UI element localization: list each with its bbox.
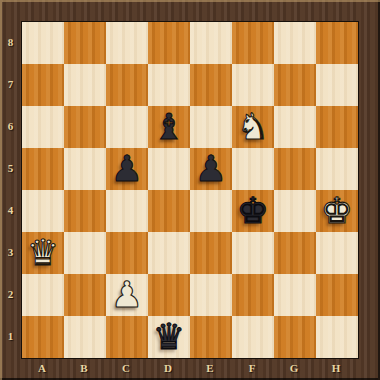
square-d8[interactable]: [148, 22, 190, 64]
square-c1[interactable]: [106, 316, 148, 358]
square-d5[interactable]: [148, 148, 190, 190]
square-g2[interactable]: [274, 274, 316, 316]
square-b7[interactable]: [64, 64, 106, 106]
square-e3[interactable]: [190, 232, 232, 274]
black-queen[interactable]: ♛: [153, 316, 185, 358]
file-label-e: E: [189, 357, 231, 380]
square-h3[interactable]: [316, 232, 358, 274]
white-king[interactable]: ♚: [321, 190, 353, 232]
square-c8[interactable]: [106, 22, 148, 64]
white-pawn[interactable]: ♟: [111, 274, 143, 316]
square-d2[interactable]: [148, 274, 190, 316]
square-f8[interactable]: [232, 22, 274, 64]
square-h4[interactable]: ♚: [316, 190, 358, 232]
square-a4[interactable]: [22, 190, 64, 232]
square-b6[interactable]: [64, 106, 106, 148]
square-f7[interactable]: [232, 64, 274, 106]
black-pawn[interactable]: ♟: [111, 148, 143, 190]
square-f1[interactable]: [232, 316, 274, 358]
square-e7[interactable]: [190, 64, 232, 106]
rank-label-5: 5: [0, 147, 21, 189]
square-c4[interactable]: [106, 190, 148, 232]
square-h2[interactable]: [316, 274, 358, 316]
square-e2[interactable]: [190, 274, 232, 316]
square-g3[interactable]: [274, 232, 316, 274]
rank-labels: 87654321: [0, 21, 21, 357]
file-label-g: G: [273, 357, 315, 380]
square-a6[interactable]: [22, 106, 64, 148]
square-d6[interactable]: ♝: [148, 106, 190, 148]
square-c2[interactable]: ♟: [106, 274, 148, 316]
white-queen[interactable]: ♛: [27, 232, 59, 274]
square-f6[interactable]: ♞: [232, 106, 274, 148]
square-c7[interactable]: [106, 64, 148, 106]
file-label-c: C: [105, 357, 147, 380]
square-a8[interactable]: [22, 22, 64, 64]
square-a1[interactable]: [22, 316, 64, 358]
file-label-b: B: [63, 357, 105, 380]
square-g5[interactable]: [274, 148, 316, 190]
rank-label-4: 4: [0, 189, 21, 231]
square-b4[interactable]: [64, 190, 106, 232]
square-c6[interactable]: [106, 106, 148, 148]
square-g6[interactable]: [274, 106, 316, 148]
file-label-a: A: [21, 357, 63, 380]
file-labels: ABCDEFGH: [21, 357, 357, 380]
square-d4[interactable]: [148, 190, 190, 232]
square-a7[interactable]: [22, 64, 64, 106]
board-frame: 87654321 ♝♞♟♟♚♚♛♟♛ ABCDEFGH: [0, 0, 380, 380]
square-d7[interactable]: [148, 64, 190, 106]
square-e5[interactable]: ♟: [190, 148, 232, 190]
square-f2[interactable]: [232, 274, 274, 316]
square-e6[interactable]: [190, 106, 232, 148]
square-h7[interactable]: [316, 64, 358, 106]
square-e1[interactable]: [190, 316, 232, 358]
file-label-f: F: [231, 357, 273, 380]
white-knight[interactable]: ♞: [237, 106, 269, 148]
square-c5[interactable]: ♟: [106, 148, 148, 190]
square-c3[interactable]: [106, 232, 148, 274]
chess-board: ♝♞♟♟♚♚♛♟♛: [21, 21, 359, 359]
square-f3[interactable]: [232, 232, 274, 274]
rank-label-3: 3: [0, 231, 21, 273]
black-bishop[interactable]: ♝: [153, 106, 185, 148]
rank-label-7: 7: [0, 63, 21, 105]
file-label-h: H: [315, 357, 357, 380]
file-label-d: D: [147, 357, 189, 380]
square-h6[interactable]: [316, 106, 358, 148]
square-h1[interactable]: [316, 316, 358, 358]
square-a2[interactable]: [22, 274, 64, 316]
square-g7[interactable]: [274, 64, 316, 106]
square-d1[interactable]: ♛: [148, 316, 190, 358]
square-b2[interactable]: [64, 274, 106, 316]
square-e8[interactable]: [190, 22, 232, 64]
square-a3[interactable]: ♛: [22, 232, 64, 274]
rank-label-2: 2: [0, 273, 21, 315]
square-b3[interactable]: [64, 232, 106, 274]
square-g1[interactable]: [274, 316, 316, 358]
square-h8[interactable]: [316, 22, 358, 64]
rank-label-6: 6: [0, 105, 21, 147]
square-b8[interactable]: [64, 22, 106, 64]
rank-label-1: 1: [0, 315, 21, 357]
square-b5[interactable]: [64, 148, 106, 190]
square-g8[interactable]: [274, 22, 316, 64]
square-f4[interactable]: ♚: [232, 190, 274, 232]
square-g4[interactable]: [274, 190, 316, 232]
black-pawn[interactable]: ♟: [195, 148, 227, 190]
square-h5[interactable]: [316, 148, 358, 190]
rank-label-8: 8: [0, 21, 21, 63]
square-a5[interactable]: [22, 148, 64, 190]
black-king[interactable]: ♚: [237, 190, 269, 232]
square-e4[interactable]: [190, 190, 232, 232]
square-f5[interactable]: [232, 148, 274, 190]
square-b1[interactable]: [64, 316, 106, 358]
square-d3[interactable]: [148, 232, 190, 274]
